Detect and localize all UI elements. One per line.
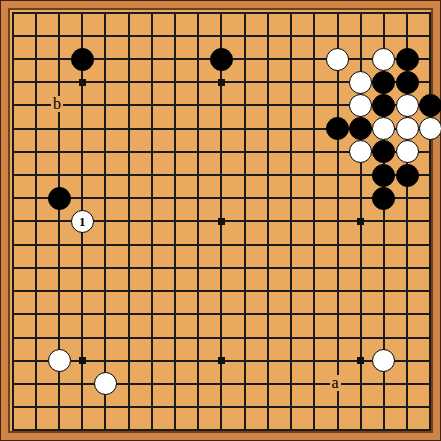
star-point (79, 79, 86, 86)
point-label-b: b (51, 96, 63, 112)
white-stone (349, 71, 372, 94)
grid-line (12, 337, 432, 339)
black-stone (372, 140, 395, 163)
black-stone (71, 48, 94, 71)
star-point (79, 357, 86, 364)
star-point (357, 357, 364, 364)
star-point (357, 218, 364, 225)
white-stone (372, 117, 395, 140)
black-stone (396, 164, 419, 187)
black-stone (210, 48, 233, 71)
white-stone (396, 94, 419, 117)
grid-line (12, 406, 432, 408)
grid-line (429, 12, 431, 432)
grid-line (12, 313, 432, 315)
star-point (218, 79, 225, 86)
move-number-stone: 1 (71, 210, 94, 233)
white-stone (326, 48, 349, 71)
white-stone (48, 349, 71, 372)
black-stone (349, 117, 372, 140)
white-stone (349, 140, 372, 163)
star-point (218, 357, 225, 364)
white-stone (349, 94, 372, 117)
white-stone (372, 48, 395, 71)
grid-line (244, 12, 246, 432)
grid-line (313, 12, 315, 432)
black-stone (372, 164, 395, 187)
white-stone (419, 117, 441, 140)
star-point (218, 218, 225, 225)
move-number: 1 (79, 215, 86, 228)
black-stone (396, 48, 419, 71)
grid-line (12, 290, 432, 292)
grid-line (12, 429, 432, 431)
grid-line (12, 267, 432, 269)
white-stone (94, 372, 117, 395)
grid-line (12, 244, 432, 246)
black-stone (326, 117, 349, 140)
grid-line (290, 12, 292, 432)
black-stone (372, 187, 395, 210)
white-stone (396, 140, 419, 163)
grid-line (12, 383, 432, 385)
black-stone (419, 94, 441, 117)
white-stone (372, 349, 395, 372)
grid-line (267, 12, 269, 432)
white-stone (396, 117, 419, 140)
black-stone (48, 187, 71, 210)
go-board[interactable]: 1ab (0, 0, 441, 441)
black-stone (372, 71, 395, 94)
point-label-a: a (330, 375, 341, 391)
grid-line (337, 12, 339, 432)
black-stone (396, 71, 419, 94)
black-stone (372, 94, 395, 117)
